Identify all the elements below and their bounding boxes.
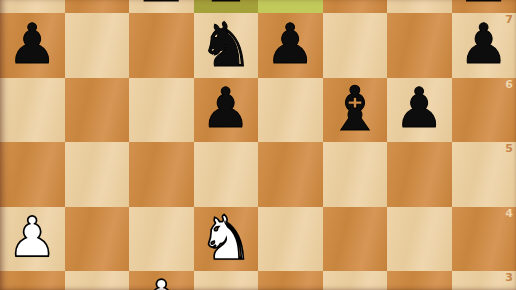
square-b7[interactable] bbox=[65, 13, 130, 78]
square-f6[interactable]: ♝ bbox=[323, 78, 388, 143]
square-f3[interactable] bbox=[323, 271, 388, 290]
square-h3[interactable]: 3 bbox=[452, 271, 516, 290]
black-bishop-icon[interactable]: ♝ bbox=[327, 78, 382, 139]
black-pawn-icon[interactable]: ♟ bbox=[395, 81, 444, 136]
square-d4[interactable]: ♞ bbox=[194, 207, 259, 272]
black-rook-icon[interactable]: ♜ bbox=[456, 0, 511, 10]
square-a3[interactable] bbox=[0, 271, 65, 290]
rank-label-5: 5 bbox=[505, 143, 513, 154]
black-knight-icon[interactable]: ♞ bbox=[198, 14, 253, 75]
square-g5[interactable] bbox=[387, 142, 452, 207]
square-a5[interactable] bbox=[0, 142, 65, 207]
square-a4[interactable]: ♟ bbox=[0, 207, 65, 272]
square-h7[interactable]: 7♟ bbox=[452, 13, 516, 78]
square-c4[interactable] bbox=[129, 207, 194, 272]
square-e7[interactable]: ♟ bbox=[258, 13, 323, 78]
white-knight-icon[interactable]: ♞ bbox=[198, 207, 253, 268]
rank-label-4: 4 bbox=[505, 208, 513, 219]
white-pawn-icon[interactable]: ♟ bbox=[8, 210, 57, 265]
square-g3[interactable] bbox=[387, 271, 452, 290]
chess-board: ♜♚♜♟♞♟7♟♟♝♟65♟♞4♝3 bbox=[0, 0, 516, 290]
square-d3[interactable] bbox=[194, 271, 259, 290]
chess-board-viewport: ♜♚♜♟♞♟7♟♟♝♟65♟♞4♝3 bbox=[0, 0, 516, 290]
white-bishop-icon[interactable]: ♝ bbox=[134, 272, 189, 290]
square-f8[interactable] bbox=[323, 0, 388, 13]
black-pawn-icon[interactable]: ♟ bbox=[8, 17, 57, 72]
square-h5[interactable]: 5 bbox=[452, 142, 516, 207]
black-pawn-icon[interactable]: ♟ bbox=[201, 81, 250, 136]
square-f5[interactable] bbox=[323, 142, 388, 207]
square-d5[interactable] bbox=[194, 142, 259, 207]
square-a7[interactable]: ♟ bbox=[0, 13, 65, 78]
square-c3[interactable]: ♝ bbox=[129, 271, 194, 290]
rank-label-3: 3 bbox=[505, 272, 513, 283]
square-d6[interactable]: ♟ bbox=[194, 78, 259, 143]
square-b3[interactable] bbox=[65, 271, 130, 290]
square-c6[interactable] bbox=[129, 78, 194, 143]
square-g6[interactable]: ♟ bbox=[387, 78, 452, 143]
square-f7[interactable] bbox=[323, 13, 388, 78]
square-h4[interactable]: 4 bbox=[452, 207, 516, 272]
square-b5[interactable] bbox=[65, 142, 130, 207]
black-pawn-icon[interactable]: ♟ bbox=[459, 17, 508, 72]
square-c7[interactable] bbox=[129, 13, 194, 78]
square-h6[interactable]: 6 bbox=[452, 78, 516, 143]
square-d7[interactable]: ♞ bbox=[194, 13, 259, 78]
square-b4[interactable] bbox=[65, 207, 130, 272]
square-e5[interactable] bbox=[258, 142, 323, 207]
square-e4[interactable] bbox=[258, 207, 323, 272]
square-c5[interactable] bbox=[129, 142, 194, 207]
square-b8[interactable] bbox=[65, 0, 130, 13]
square-e3[interactable] bbox=[258, 271, 323, 290]
square-f4[interactable] bbox=[323, 207, 388, 272]
square-g8[interactable] bbox=[387, 0, 452, 13]
square-a6[interactable] bbox=[0, 78, 65, 143]
square-g4[interactable] bbox=[387, 207, 452, 272]
black-pawn-icon[interactable]: ♟ bbox=[266, 17, 315, 72]
square-b6[interactable] bbox=[65, 78, 130, 143]
square-g7[interactable] bbox=[387, 13, 452, 78]
rank-label-6: 6 bbox=[505, 79, 513, 90]
square-c8[interactable]: ♜ bbox=[129, 0, 194, 13]
black-rook-icon[interactable]: ♜ bbox=[134, 0, 189, 10]
square-e6[interactable] bbox=[258, 78, 323, 143]
